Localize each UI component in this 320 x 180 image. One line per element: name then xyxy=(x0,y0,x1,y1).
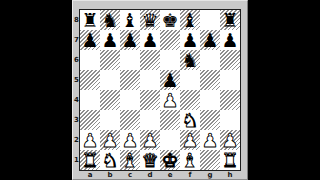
square-e4[interactable]: ♟ xyxy=(160,90,180,110)
square-b8[interactable]: ♞ xyxy=(100,10,120,30)
piece-black-bishop: ♝ xyxy=(121,10,138,30)
letterbox-right xyxy=(248,0,320,180)
square-e6[interactable] xyxy=(160,50,180,70)
square-f7[interactable]: ♟ xyxy=(180,30,200,50)
square-a6[interactable] xyxy=(80,50,100,70)
square-h7[interactable]: ♟ xyxy=(220,30,240,50)
piece-black-pawn: ♟ xyxy=(141,30,158,50)
square-f3[interactable]: ♞ xyxy=(180,110,200,130)
chess-panel: 87654321 ♜♞♝♛♚♝♜♟♟♟♟♟♟♟♞♟♟♞♟♟♟♟♟♟♟♜♞♝♛♚♝… xyxy=(72,0,248,180)
file-label-e: e xyxy=(160,170,180,180)
piece-white-rook: ♜ xyxy=(81,150,98,170)
square-c5[interactable] xyxy=(120,70,140,90)
rank-label-7: 7 xyxy=(73,30,80,50)
square-e8[interactable]: ♚ xyxy=(160,10,180,30)
rank-label-3: 3 xyxy=(73,110,80,130)
letterbox-left xyxy=(0,0,72,180)
square-h6[interactable] xyxy=(220,50,240,70)
square-c7[interactable]: ♟ xyxy=(120,30,140,50)
file-label-d: d xyxy=(140,170,160,180)
square-c3[interactable] xyxy=(120,110,140,130)
rank-label-8: 8 xyxy=(73,10,80,30)
chess-board: ♜♞♝♛♚♝♜♟♟♟♟♟♟♟♞♟♟♞♟♟♟♟♟♟♟♜♞♝♛♚♝♜ xyxy=(80,10,240,170)
rank-label-4: 4 xyxy=(73,90,80,110)
piece-white-pawn: ♟ xyxy=(101,130,118,150)
square-e2[interactable] xyxy=(160,130,180,150)
square-b2[interactable]: ♟ xyxy=(100,130,120,150)
piece-black-queen: ♛ xyxy=(141,10,158,30)
rank-label-2: 2 xyxy=(73,130,80,150)
square-g4[interactable] xyxy=(200,90,220,110)
file-label-f: f xyxy=(180,170,200,180)
square-d4[interactable] xyxy=(140,90,160,110)
square-f1[interactable]: ♝ xyxy=(180,150,200,170)
rank-label-1: 1 xyxy=(73,150,80,170)
piece-black-pawn: ♟ xyxy=(161,70,178,90)
piece-white-pawn: ♟ xyxy=(181,130,198,150)
piece-white-knight: ♞ xyxy=(101,150,118,170)
square-g6[interactable] xyxy=(200,50,220,70)
square-c8[interactable]: ♝ xyxy=(120,10,140,30)
square-a7[interactable]: ♟ xyxy=(80,30,100,50)
square-g5[interactable] xyxy=(200,70,220,90)
square-h4[interactable] xyxy=(220,90,240,110)
square-a3[interactable] xyxy=(80,110,100,130)
square-h1[interactable]: ♜ xyxy=(220,150,240,170)
piece-black-pawn: ♟ xyxy=(221,30,238,50)
piece-black-pawn: ♟ xyxy=(101,30,118,50)
square-a1[interactable]: ♜ xyxy=(80,150,100,170)
piece-black-rook: ♜ xyxy=(221,10,238,30)
piece-black-pawn: ♟ xyxy=(201,30,218,50)
square-b1[interactable]: ♞ xyxy=(100,150,120,170)
piece-black-pawn: ♟ xyxy=(81,30,98,50)
square-f6[interactable]: ♞ xyxy=(180,50,200,70)
square-g8[interactable] xyxy=(200,10,220,30)
piece-white-pawn: ♟ xyxy=(201,130,218,150)
rank-label-6: 6 xyxy=(73,50,80,70)
square-b4[interactable] xyxy=(100,90,120,110)
piece-black-bishop: ♝ xyxy=(181,10,198,30)
square-a4[interactable] xyxy=(80,90,100,110)
square-g7[interactable]: ♟ xyxy=(200,30,220,50)
square-b7[interactable]: ♟ xyxy=(100,30,120,50)
square-c2[interactable]: ♟ xyxy=(120,130,140,150)
piece-white-queen: ♛ xyxy=(141,150,158,170)
square-d7[interactable]: ♟ xyxy=(140,30,160,50)
square-f4[interactable] xyxy=(180,90,200,110)
file-label-g: g xyxy=(200,170,220,180)
rank-labels: 87654321 xyxy=(73,10,80,170)
square-e5[interactable]: ♟ xyxy=(160,70,180,90)
piece-white-pawn: ♟ xyxy=(221,130,238,150)
square-f5[interactable] xyxy=(180,70,200,90)
square-c6[interactable] xyxy=(120,50,140,70)
square-d2[interactable]: ♟ xyxy=(140,130,160,150)
piece-black-knight: ♞ xyxy=(101,10,118,30)
square-a2[interactable]: ♟ xyxy=(80,130,100,150)
piece-white-knight: ♞ xyxy=(181,110,198,130)
square-h5[interactable] xyxy=(220,70,240,90)
square-c1[interactable]: ♝ xyxy=(120,150,140,170)
piece-black-pawn: ♟ xyxy=(181,30,198,50)
square-b6[interactable] xyxy=(100,50,120,70)
square-c4[interactable] xyxy=(120,90,140,110)
file-labels: abcdefgh xyxy=(80,170,240,180)
square-h2[interactable]: ♟ xyxy=(220,130,240,150)
piece-black-rook: ♜ xyxy=(81,10,98,30)
video-frame: 87654321 ♜♞♝♛♚♝♜♟♟♟♟♟♟♟♞♟♟♞♟♟♟♟♟♟♟♜♞♝♛♚♝… xyxy=(0,0,320,180)
square-a8[interactable]: ♜ xyxy=(80,10,100,30)
file-label-a: a xyxy=(80,170,100,180)
square-f2[interactable]: ♟ xyxy=(180,130,200,150)
piece-white-king: ♚ xyxy=(161,150,178,170)
square-e3[interactable] xyxy=(160,110,180,130)
piece-white-pawn: ♟ xyxy=(121,130,138,150)
square-f8[interactable]: ♝ xyxy=(180,10,200,30)
piece-black-pawn: ♟ xyxy=(121,30,138,50)
square-h8[interactable]: ♜ xyxy=(220,10,240,30)
square-d3[interactable] xyxy=(140,110,160,130)
file-label-c: c xyxy=(120,170,140,180)
square-g1[interactable] xyxy=(200,150,220,170)
square-b5[interactable] xyxy=(100,70,120,90)
square-d6[interactable] xyxy=(140,50,160,70)
square-e7[interactable] xyxy=(160,30,180,50)
file-label-b: b xyxy=(100,170,120,180)
piece-white-pawn: ♟ xyxy=(141,130,158,150)
piece-white-bishop: ♝ xyxy=(181,150,198,170)
square-b3[interactable] xyxy=(100,110,120,130)
piece-black-king: ♚ xyxy=(161,10,178,30)
piece-white-bishop: ♝ xyxy=(121,150,138,170)
square-a5[interactable] xyxy=(80,70,100,90)
file-label-h: h xyxy=(220,170,240,180)
piece-white-pawn: ♟ xyxy=(81,130,98,150)
piece-white-pawn: ♟ xyxy=(161,90,178,110)
square-d8[interactable]: ♛ xyxy=(140,10,160,30)
square-g2[interactable]: ♟ xyxy=(200,130,220,150)
square-h3[interactable] xyxy=(220,110,240,130)
square-d5[interactable] xyxy=(140,70,160,90)
square-g3[interactable] xyxy=(200,110,220,130)
piece-white-rook: ♜ xyxy=(221,150,238,170)
rank-label-5: 5 xyxy=(73,70,80,90)
piece-black-knight: ♞ xyxy=(181,50,198,70)
square-d1[interactable]: ♛ xyxy=(140,150,160,170)
square-e1[interactable]: ♚ xyxy=(160,150,180,170)
